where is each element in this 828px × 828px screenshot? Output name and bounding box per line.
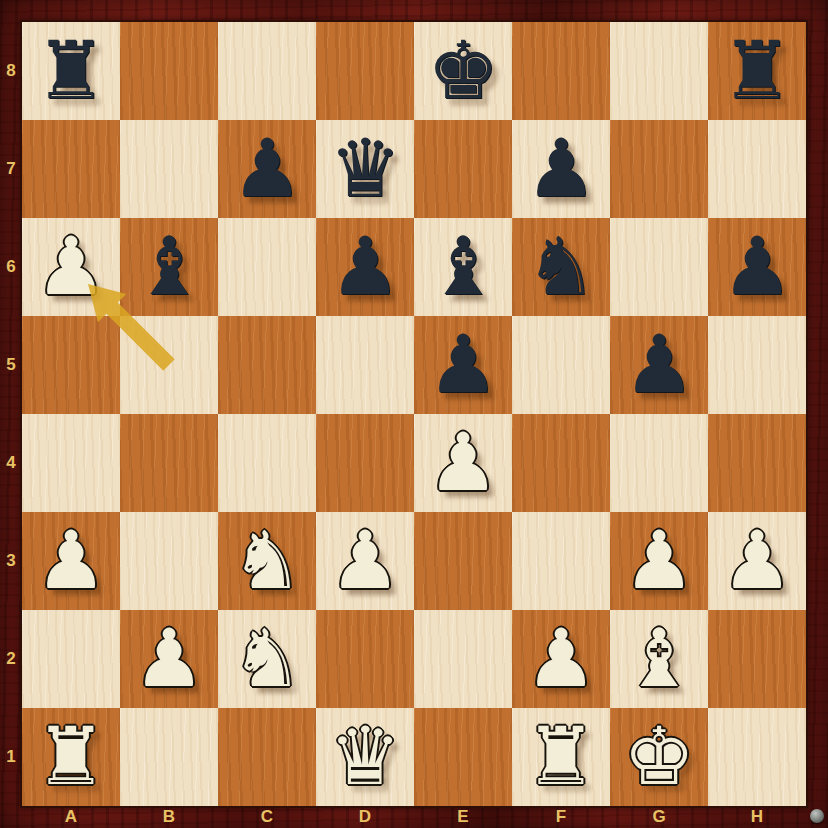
square-c5[interactable] xyxy=(218,316,316,414)
rank-label-3: 3 xyxy=(0,512,22,610)
square-a7[interactable] xyxy=(22,120,120,218)
square-b6[interactable]: ♝ xyxy=(120,218,218,316)
square-d2[interactable] xyxy=(316,610,414,708)
file-label-b: B xyxy=(120,806,218,828)
square-c7[interactable]: ♟ xyxy=(218,120,316,218)
square-d6[interactable]: ♟ xyxy=(316,218,414,316)
square-e6[interactable]: ♝ xyxy=(414,218,512,316)
square-d4[interactable] xyxy=(316,414,414,512)
square-a3[interactable]: ♟ xyxy=(22,512,120,610)
frame-pin-icon xyxy=(810,809,824,823)
square-f5[interactable] xyxy=(512,316,610,414)
piece-white-pawn[interactable]: ♟ xyxy=(512,610,610,708)
square-a6[interactable]: ♟ xyxy=(22,218,120,316)
piece-white-king[interactable]: ♚ xyxy=(610,708,708,806)
square-c1[interactable] xyxy=(218,708,316,806)
square-c8[interactable] xyxy=(218,22,316,120)
file-label-a: A xyxy=(22,806,120,828)
piece-white-pawn[interactable]: ♟ xyxy=(120,610,218,708)
square-f8[interactable] xyxy=(512,22,610,120)
piece-black-pawn[interactable]: ♟ xyxy=(218,120,316,218)
rank-label-5: 5 xyxy=(0,316,22,414)
square-c4[interactable] xyxy=(218,414,316,512)
square-b3[interactable] xyxy=(120,512,218,610)
square-e4[interactable]: ♟ xyxy=(414,414,512,512)
square-b1[interactable] xyxy=(120,708,218,806)
square-g3[interactable]: ♟ xyxy=(610,512,708,610)
square-c6[interactable] xyxy=(218,218,316,316)
piece-white-pawn[interactable]: ♟ xyxy=(316,512,414,610)
square-h1[interactable] xyxy=(708,708,806,806)
file-label-e: E xyxy=(414,806,512,828)
rank-label-8: 8 xyxy=(0,22,22,120)
square-f4[interactable] xyxy=(512,414,610,512)
square-d8[interactable] xyxy=(316,22,414,120)
piece-white-knight[interactable]: ♞ xyxy=(218,610,316,708)
file-label-h: H xyxy=(708,806,806,828)
rank-label-6: 6 xyxy=(0,218,22,316)
square-e8[interactable]: ♚ xyxy=(414,22,512,120)
square-f3[interactable] xyxy=(512,512,610,610)
square-h8[interactable]: ♜ xyxy=(708,22,806,120)
square-g5[interactable]: ♟ xyxy=(610,316,708,414)
piece-white-rook[interactable]: ♜ xyxy=(22,708,120,806)
square-e3[interactable] xyxy=(414,512,512,610)
piece-white-queen[interactable]: ♛ xyxy=(316,708,414,806)
square-h6[interactable]: ♟ xyxy=(708,218,806,316)
square-h7[interactable] xyxy=(708,120,806,218)
file-label-c: C xyxy=(218,806,316,828)
square-f2[interactable]: ♟ xyxy=(512,610,610,708)
piece-black-king[interactable]: ♚ xyxy=(414,22,512,120)
square-e1[interactable] xyxy=(414,708,512,806)
square-e2[interactable] xyxy=(414,610,512,708)
square-d3[interactable]: ♟ xyxy=(316,512,414,610)
square-g8[interactable] xyxy=(610,22,708,120)
square-a5[interactable] xyxy=(22,316,120,414)
file-label-f: F xyxy=(512,806,610,828)
square-c2[interactable]: ♞ xyxy=(218,610,316,708)
square-h2[interactable] xyxy=(708,610,806,708)
square-h5[interactable] xyxy=(708,316,806,414)
piece-white-pawn[interactable]: ♟ xyxy=(22,512,120,610)
square-g1[interactable]: ♚ xyxy=(610,708,708,806)
square-b2[interactable]: ♟ xyxy=(120,610,218,708)
piece-white-pawn[interactable]: ♟ xyxy=(414,414,512,512)
square-g4[interactable] xyxy=(610,414,708,512)
square-d7[interactable]: ♛ xyxy=(316,120,414,218)
piece-black-bishop[interactable]: ♝ xyxy=(120,218,218,316)
piece-white-pawn[interactable]: ♟ xyxy=(610,512,708,610)
piece-black-pawn[interactable]: ♟ xyxy=(708,218,806,316)
square-g6[interactable] xyxy=(610,218,708,316)
square-a1[interactable]: ♜ xyxy=(22,708,120,806)
rank-label-1: 1 xyxy=(0,708,22,806)
piece-white-bishop[interactable]: ♝ xyxy=(610,610,708,708)
piece-white-rook[interactable]: ♜ xyxy=(512,708,610,806)
square-b5[interactable] xyxy=(120,316,218,414)
chess-board: ♜♚♜♟♛♟♟♝♟♝♞♟♟♟♟♟♞♟♟♟♟♞♟♝♜♛♜♚ xyxy=(22,22,806,806)
piece-black-bishop[interactable]: ♝ xyxy=(414,218,512,316)
piece-white-knight[interactable]: ♞ xyxy=(218,512,316,610)
square-f1[interactable]: ♜ xyxy=(512,708,610,806)
piece-black-rook[interactable]: ♜ xyxy=(22,22,120,120)
file-label-d: D xyxy=(316,806,414,828)
square-b7[interactable] xyxy=(120,120,218,218)
rank-label-7: 7 xyxy=(0,120,22,218)
piece-black-knight[interactable]: ♞ xyxy=(512,218,610,316)
square-g2[interactable]: ♝ xyxy=(610,610,708,708)
square-b4[interactable] xyxy=(120,414,218,512)
file-label-g: G xyxy=(610,806,708,828)
square-e7[interactable] xyxy=(414,120,512,218)
piece-black-rook[interactable]: ♜ xyxy=(708,22,806,120)
square-d5[interactable] xyxy=(316,316,414,414)
rank-label-2: 2 xyxy=(0,610,22,708)
piece-black-pawn[interactable]: ♟ xyxy=(414,316,512,414)
piece-black-pawn[interactable]: ♟ xyxy=(610,316,708,414)
rank-label-4: 4 xyxy=(0,414,22,512)
square-a8[interactable]: ♜ xyxy=(22,22,120,120)
square-h3[interactable]: ♟ xyxy=(708,512,806,610)
square-f6[interactable]: ♞ xyxy=(512,218,610,316)
square-e5[interactable]: ♟ xyxy=(414,316,512,414)
square-g7[interactable] xyxy=(610,120,708,218)
square-d1[interactable]: ♛ xyxy=(316,708,414,806)
square-c3[interactable]: ♞ xyxy=(218,512,316,610)
piece-white-pawn[interactable]: ♟ xyxy=(708,512,806,610)
piece-white-pawn[interactable]: ♟ xyxy=(22,218,120,316)
piece-black-queen[interactable]: ♛ xyxy=(316,120,414,218)
piece-black-pawn[interactable]: ♟ xyxy=(316,218,414,316)
chess-board-screenshot: ♜♚♜♟♛♟♟♝♟♝♞♟♟♟♟♟♞♟♟♟♟♞♟♝♜♛♜♚ 87654321 AB… xyxy=(0,0,828,828)
square-f7[interactable]: ♟ xyxy=(512,120,610,218)
piece-black-pawn[interactable]: ♟ xyxy=(512,120,610,218)
square-h4[interactable] xyxy=(708,414,806,512)
square-a4[interactable] xyxy=(22,414,120,512)
square-a2[interactable] xyxy=(22,610,120,708)
square-b8[interactable] xyxy=(120,22,218,120)
